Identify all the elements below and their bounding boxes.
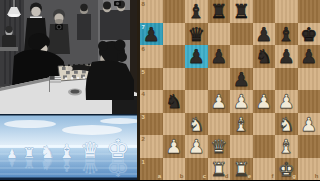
rank-label: 3 (142, 114, 145, 120)
file-label: f (272, 173, 274, 179)
black-pawn: ♟ (210, 45, 227, 68)
square-e5: ♟ (230, 68, 253, 91)
square-d8: ♜ (208, 0, 231, 23)
square-b8 (163, 0, 186, 23)
black-pawn: ♟ (255, 22, 272, 45)
square-b7 (163, 23, 186, 46)
square-f5 (253, 68, 276, 91)
rank-label: 2 (142, 136, 145, 142)
black-bishop: ♝ (188, 0, 205, 22)
square-f2 (253, 135, 276, 158)
black-rook: ♜ (210, 0, 227, 22)
white-bishop: ♝ (278, 135, 295, 158)
white-bishop: ♝ (233, 112, 250, 135)
square-a4: 4 (140, 90, 163, 113)
square-c8: ♝ (185, 0, 208, 23)
square-g7: ♝ (275, 23, 298, 46)
white-pawn: ♟ (255, 90, 272, 113)
file-label: a (158, 173, 161, 179)
square-c5 (185, 68, 208, 91)
square-h1: h (298, 158, 320, 181)
square-h2 (298, 135, 320, 158)
white-pawn: ♟ (188, 135, 205, 158)
rank-label: 6 (142, 46, 145, 52)
square-f4: ♟ (253, 90, 276, 113)
square-h8 (298, 0, 320, 23)
white-rook: ♜ (210, 157, 227, 180)
white-pawn: ♟ (233, 90, 250, 113)
square-d2: ♛ (208, 135, 231, 158)
white-rook: ♜ (233, 157, 250, 180)
black-bishop: ♝ (278, 22, 295, 45)
square-h3: ♟ (298, 113, 320, 136)
square-a2: 2 (140, 135, 163, 158)
file-label: b (180, 173, 184, 179)
black-pawn: ♟ (143, 22, 160, 45)
square-b3 (163, 113, 186, 136)
square-g6: ♟ (275, 45, 298, 68)
square-e4: ♟ (230, 90, 253, 113)
square-g4: ♟ (275, 90, 298, 113)
square-g1: g♚ (275, 158, 298, 181)
white-queen: ♛ (210, 135, 227, 158)
rank-label: 5 (142, 69, 145, 75)
black-pawn: ♟ (278, 45, 295, 68)
chess-board: 8♝♜♜7♟♛♟♝♚6♟♟♞♟♟5♟4♞♟♟♟♟3♞♝♞♟2♟♟♛♝1abcd♜… (140, 0, 320, 180)
square-a1: 1a (140, 158, 163, 181)
black-king: ♚ (300, 22, 317, 45)
left-column: ♟♜♞♝♛♚ ♟♜♞♝♛♚ (0, 0, 140, 180)
art-king-piece: ♚ (106, 134, 129, 164)
art-bishop-piece: ♝ (58, 140, 75, 162)
square-d7 (208, 23, 231, 46)
square-c4 (185, 90, 208, 113)
square-g8 (275, 0, 298, 23)
square-e3: ♝ (230, 113, 253, 136)
square-g3: ♞ (275, 113, 298, 136)
match-photo-illustration (0, 0, 140, 114)
black-pawn: ♟ (188, 45, 205, 68)
square-h6: ♟ (298, 45, 320, 68)
white-pawn: ♟ (165, 135, 182, 158)
black-rook: ♜ (233, 0, 250, 22)
square-e1: e♜ (230, 158, 253, 181)
square-g2: ♝ (275, 135, 298, 158)
square-e6 (230, 45, 253, 68)
square-b1: b (163, 158, 186, 181)
square-c3: ♞ (185, 113, 208, 136)
square-a6: 6 (140, 45, 163, 68)
square-c7: ♛ (185, 23, 208, 46)
art-knight-piece: ♞ (39, 142, 54, 162)
white-knight: ♞ (188, 112, 205, 135)
square-f7: ♟ (253, 23, 276, 46)
square-f8 (253, 0, 276, 23)
square-d1: d♜ (208, 158, 231, 181)
square-e7 (230, 23, 253, 46)
black-pawn: ♟ (300, 45, 317, 68)
square-h7: ♚ (298, 23, 320, 46)
square-h4 (298, 90, 320, 113)
square-a5: 5 (140, 68, 163, 91)
rank-label: 8 (142, 1, 145, 7)
square-b6 (163, 45, 186, 68)
square-a7: 7♟ (140, 23, 163, 46)
video-thumbnail[interactable]: ♟♜♞♝♛♚ ♟♜♞♝♛♚ 8♝♜♜7♟♛♟♝♚6♟♟♞♟♟5♟4♞♟♟♟♟3♞… (0, 0, 320, 180)
square-f1: f (253, 158, 276, 181)
black-knight: ♞ (255, 45, 272, 68)
square-f6: ♞ (253, 45, 276, 68)
square-d3 (208, 113, 231, 136)
square-d5 (208, 68, 231, 91)
square-f3 (253, 113, 276, 136)
square-e2 (230, 135, 253, 158)
file-label: c (203, 173, 206, 179)
square-b2: ♟ (163, 135, 186, 158)
square-c1: c (185, 158, 208, 181)
black-knight: ♞ (165, 90, 182, 113)
ice-chess-illustration: ♟♜♞♝♛♚ ♟♜♞♝♛♚ (0, 114, 140, 180)
art-pawn-piece: ♟ (7, 147, 18, 161)
white-pawn: ♟ (210, 90, 227, 113)
white-pawn: ♟ (278, 90, 295, 113)
white-pawn: ♟ (300, 112, 317, 135)
black-pawn: ♟ (233, 67, 250, 90)
black-queen: ♛ (188, 22, 205, 45)
rank-label: 1 (142, 159, 145, 165)
white-king: ♚ (278, 157, 295, 180)
square-d4: ♟ (208, 90, 231, 113)
square-g5 (275, 68, 298, 91)
ice-chess-pieces-art: ♟♜♞♝♛♚ ♟♜♞♝♛♚ (0, 114, 140, 180)
rank-label: 4 (142, 91, 145, 97)
square-a8: 8 (140, 0, 163, 23)
fischer-spassky-match-photo (0, 0, 140, 114)
white-knight: ♞ (278, 112, 295, 135)
art-rook-piece: ♜ (23, 145, 36, 161)
ashtray (68, 89, 82, 96)
square-d6: ♟ (208, 45, 231, 68)
square-c2: ♟ (185, 135, 208, 158)
file-label: h (315, 173, 319, 179)
square-h5 (298, 68, 320, 91)
art-queen-piece: ♛ (80, 138, 100, 163)
square-b5 (163, 68, 186, 91)
square-c6: ♟ (185, 45, 208, 68)
square-e8: ♜ (230, 0, 253, 23)
square-b4: ♞ (163, 90, 186, 113)
square-a3: 3 (140, 113, 163, 136)
